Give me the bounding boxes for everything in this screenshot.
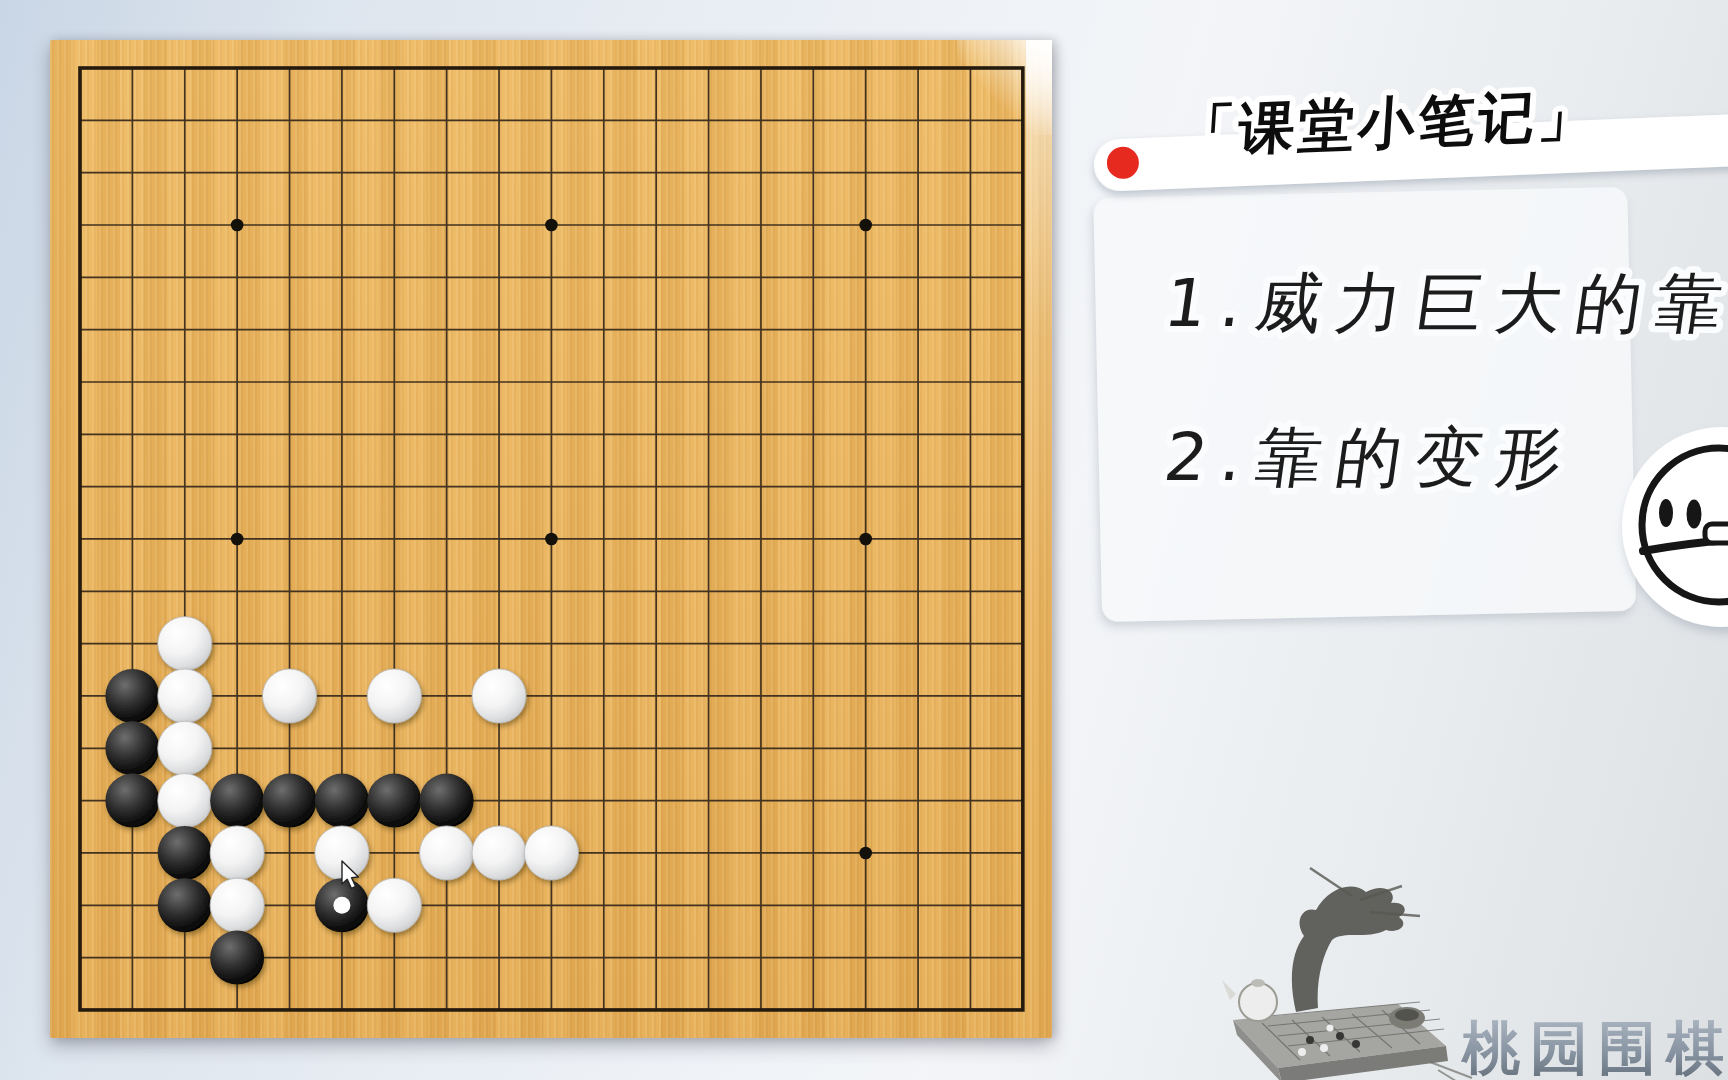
note-line-2: 2.靠的变形 [1160,418,1582,496]
star-point [859,847,872,860]
star-point [545,533,558,546]
page-overlay: 「课堂小笔记」 1.威力巨大的靠 2.靠的变形 桃园围棋 [0,0,1728,1080]
stone-white[interactable] [210,878,264,932]
watermark-text: 桃园围棋 [1460,1014,1728,1080]
stone-white[interactable] [524,826,578,880]
stone-black[interactable] [263,774,317,828]
last-move-marker [333,897,350,914]
star-point [231,533,244,546]
stone-white[interactable] [472,669,526,723]
note-line-1: 1.威力巨大的靠 [1160,264,1728,342]
stone-white[interactable] [420,826,474,880]
stone-white[interactable] [158,617,212,671]
stone-white[interactable] [367,878,421,932]
stone-black[interactable] [367,774,421,828]
star-point [545,219,558,232]
stone-black[interactable] [210,774,264,828]
star-point [231,219,244,232]
stone-white[interactable] [367,669,421,723]
stone-black[interactable] [420,774,474,828]
stone-black[interactable] [315,774,369,828]
stone-white[interactable] [210,826,264,880]
stone-black[interactable] [105,774,159,828]
star-point [859,533,872,546]
stone-black[interactable] [158,878,212,932]
stone-white[interactable] [472,826,526,880]
stone-black[interactable] [210,931,264,985]
notes-card [1093,187,1636,622]
stone-white[interactable] [158,669,212,723]
stone-white[interactable] [158,774,212,828]
ink-painting [1222,868,1472,1080]
stone-black[interactable] [105,721,159,775]
stone-black[interactable] [158,826,212,880]
stone-black[interactable] [105,669,159,723]
smiley-face-icon [1622,427,1728,627]
star-point [859,219,872,232]
stone-white[interactable] [263,669,317,723]
stone-white[interactable] [158,721,212,775]
title-group: 「课堂小笔记」 [1091,74,1728,192]
